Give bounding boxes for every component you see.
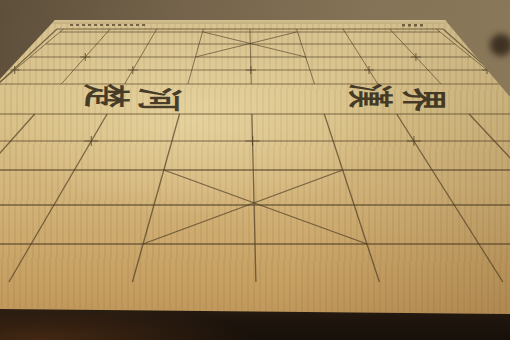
river-char-jie: 界 [399, 87, 449, 112]
river-char-chu: 楚 [82, 83, 132, 108]
river-char-he: 河 [135, 87, 185, 112]
river-char-han: 漢 [345, 83, 395, 108]
background-shadow-blob [490, 34, 510, 56]
river-inscription: 楚 河 漢 界 [82, 83, 449, 112]
board-grid: 楚 河 漢 界 [0, 0, 510, 340]
grid-lines [0, 29, 510, 282]
xiangqi-photo-scene: 楚 河 漢 界 帥 [0, 0, 510, 340]
xiangqi-board: 楚 河 漢 界 [0, 0, 510, 340]
